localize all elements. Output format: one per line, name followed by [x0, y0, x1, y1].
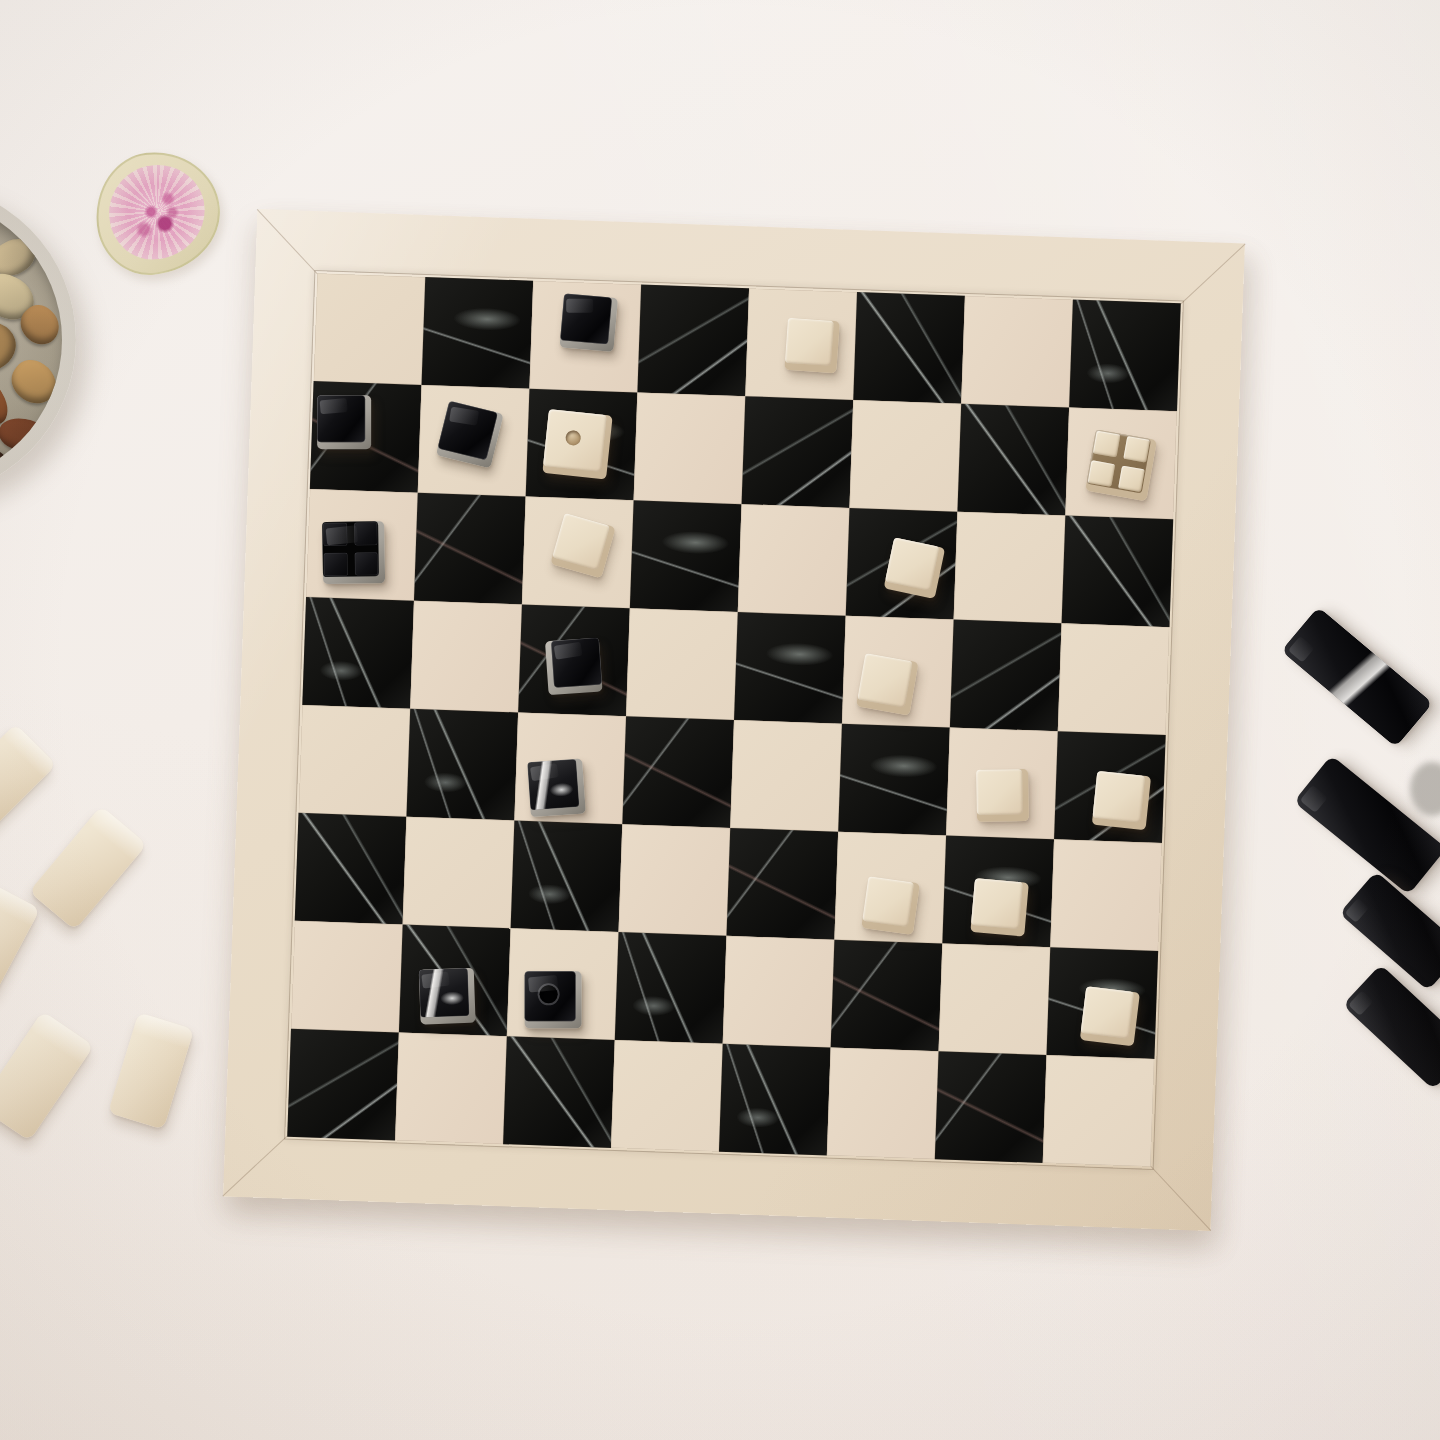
piece-white-rook-cross-cube-h7[interactable]: [1085, 429, 1157, 501]
piece-white-pawn-cube-f6[interactable]: [884, 537, 946, 599]
cross-quadrant: [324, 553, 348, 576]
captured-white-piece-4[interactable]: [0, 1011, 94, 1141]
piece-white-pawn-cube-f3[interactable]: [861, 876, 920, 935]
piece-top-face: [527, 759, 579, 810]
square-b6[interactable]: [414, 493, 526, 605]
captured-black-piece-1[interactable]: [1281, 607, 1433, 748]
cross-quadrant: [354, 522, 378, 545]
piece-top-face: [322, 521, 379, 577]
piece-top-face: [560, 293, 612, 344]
cross-quadrant: [1118, 465, 1145, 492]
piece-top-face: [543, 409, 607, 472]
piece-top-face: [971, 878, 1023, 929]
border-miter-seam: [257, 209, 318, 274]
cross-quadrant: [323, 523, 347, 546]
piece-white-pawn-cube-f5[interactable]: [856, 653, 919, 716]
square-f4[interactable]: [838, 724, 950, 836]
square-g8[interactable]: [961, 296, 1073, 408]
square-b3[interactable]: [403, 817, 515, 929]
captured-white-piece-5[interactable]: [108, 1012, 194, 1129]
piece-white-pawn-cube-h2[interactable]: [1080, 986, 1140, 1046]
bowl-interior: [0, 197, 62, 483]
square-h8[interactable]: [1069, 300, 1181, 412]
piece-top-face: [976, 769, 1023, 815]
nut-9: [0, 416, 51, 455]
piece-top-face: [525, 971, 576, 1021]
square-b8[interactable]: [422, 277, 534, 389]
square-a4[interactable]: [298, 705, 410, 817]
piece-top-face: [857, 653, 912, 708]
square-h5[interactable]: [1058, 623, 1170, 735]
chess-board: [223, 209, 1245, 1231]
square-e3[interactable]: [726, 828, 838, 940]
piece-black-pawn-cube-c5[interactable]: [545, 638, 603, 696]
piece-top-face: [1081, 986, 1134, 1038]
square-a3[interactable]: [295, 813, 407, 925]
square-c3[interactable]: [511, 820, 623, 932]
dried-fig-slice: [90, 146, 226, 280]
piece-black-king-drilled-cube-c2[interactable]: [525, 971, 582, 1028]
captured-white-piece-2[interactable]: [29, 806, 147, 930]
square-d5[interactable]: [626, 608, 738, 720]
cross-quadrant: [1088, 460, 1115, 487]
square-a5[interactable]: [302, 597, 414, 709]
piece-top-face: [1092, 771, 1145, 823]
piece-white-king-drilled-cube-c7[interactable]: [542, 409, 612, 479]
nut-10: [0, 444, 11, 483]
snack-bowl: [0, 183, 76, 497]
piece-black-pawn-cube-c8[interactable]: [560, 293, 619, 352]
square-f1[interactable]: [827, 1048, 939, 1160]
square-e5[interactable]: [734, 612, 846, 724]
square-d2[interactable]: [615, 932, 727, 1044]
square-g6[interactable]: [954, 512, 1066, 624]
cross-quadrant: [1093, 431, 1120, 458]
square-d3[interactable]: [619, 824, 731, 936]
square-b1[interactable]: [395, 1032, 507, 1144]
square-e7[interactable]: [742, 396, 854, 508]
drilled-dot: [540, 985, 558, 1003]
piece-top-face: [862, 876, 914, 927]
square-g2[interactable]: [939, 943, 1051, 1055]
piece-black-rook-cross-cube-a6[interactable]: [322, 521, 385, 584]
piece-black-pawn-cube-a7[interactable]: [317, 395, 371, 449]
square-b5[interactable]: [410, 601, 522, 713]
square-g7[interactable]: [957, 404, 1069, 516]
square-g1[interactable]: [935, 1051, 1047, 1163]
captured-white-piece-1[interactable]: [0, 724, 56, 833]
square-a1[interactable]: [287, 1029, 399, 1141]
square-f7[interactable]: [849, 400, 961, 512]
square-d1[interactable]: [611, 1040, 723, 1152]
square-e1[interactable]: [719, 1044, 831, 1156]
piece-top-face: [438, 401, 498, 461]
square-e6[interactable]: [738, 504, 850, 616]
piece-top-face: [551, 638, 602, 688]
piece-white-pawn-cube-g4[interactable]: [976, 769, 1029, 822]
border-miter-seam: [1150, 1166, 1211, 1231]
piece-black-pawn-cube-b2[interactable]: [419, 968, 476, 1025]
board-grid: [287, 273, 1181, 1167]
piece-top-face: [419, 968, 470, 1018]
square-f2[interactable]: [831, 940, 943, 1052]
square-d8[interactable]: [637, 284, 749, 396]
square-e4[interactable]: [730, 720, 842, 832]
photo-scene: [0, 0, 1440, 1440]
square-a2[interactable]: [291, 921, 403, 1033]
square-b4[interactable]: [406, 709, 518, 821]
drilled-dot: [565, 430, 581, 446]
square-g5[interactable]: [950, 620, 1062, 732]
border-miter-seam: [1181, 244, 1246, 305]
piece-top-face: [1086, 429, 1151, 493]
blurred-gray-object: [1410, 762, 1440, 816]
square-h1[interactable]: [1043, 1055, 1155, 1167]
cross-quadrant: [354, 552, 378, 575]
piece-white-pawn-cube-e8[interactable]: [784, 318, 840, 374]
piece-top-face: [785, 318, 834, 366]
piece-top-face: [885, 537, 939, 591]
square-h3[interactable]: [1050, 839, 1162, 951]
square-d6[interactable]: [630, 500, 742, 612]
square-c1[interactable]: [503, 1036, 615, 1148]
square-h6[interactable]: [1062, 515, 1174, 627]
piece-black-pawn-cube-c4[interactable]: [527, 758, 586, 817]
square-a8[interactable]: [314, 273, 426, 385]
piece-white-pawn-cube-h4[interactable]: [1092, 771, 1151, 830]
captured-white-piece-3[interactable]: [0, 883, 40, 998]
cross-quadrant: [1123, 436, 1150, 463]
border-miter-seam: [222, 1136, 287, 1197]
square-e2[interactable]: [723, 936, 835, 1048]
piece-white-pawn-cube-g3[interactable]: [970, 878, 1029, 937]
square-d4[interactable]: [622, 716, 734, 828]
piece-top-face: [317, 395, 365, 442]
square-f8[interactable]: [853, 292, 965, 404]
square-d7[interactable]: [634, 392, 746, 504]
nut-6: [4, 352, 62, 411]
fig-flesh: [104, 160, 209, 264]
